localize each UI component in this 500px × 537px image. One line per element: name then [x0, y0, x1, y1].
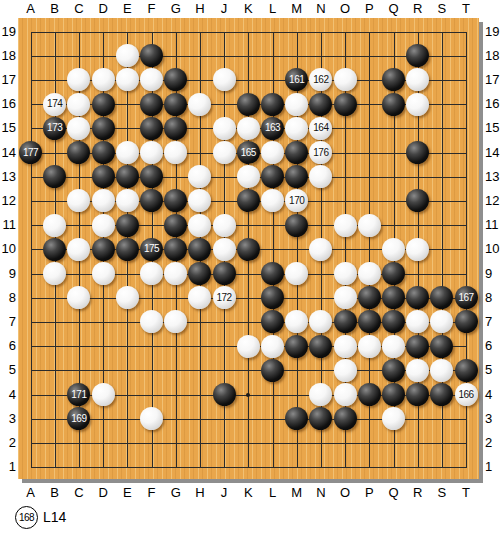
stone-black-C14[interactable]: [67, 141, 90, 164]
stone-white-E17[interactable]: [116, 68, 139, 91]
coord-letter-top-B: B: [45, 2, 65, 16]
stone-black-S4[interactable]: [430, 383, 453, 406]
stone-white-M7[interactable]: [285, 310, 308, 333]
coord-letter-bottom-O: O: [335, 486, 355, 500]
stone-white-M9[interactable]: [285, 262, 308, 285]
coord-letter-bottom-P: P: [359, 486, 379, 500]
stone-white-E12[interactable]: [116, 189, 139, 212]
stone-white-G14[interactable]: [164, 141, 187, 164]
coord-number-left-9: 9: [1, 267, 16, 281]
stone-black-T5[interactable]: [455, 359, 478, 382]
stone-black-M6[interactable]: [285, 335, 308, 358]
stone-white-N7[interactable]: [309, 310, 332, 333]
stone-black-S8[interactable]: [430, 286, 453, 309]
coord-letter-bottom-S: S: [432, 486, 452, 500]
coord-letter-bottom-C: C: [69, 486, 89, 500]
stone-white-N15[interactable]: 164: [309, 117, 332, 140]
move-number-label: 164: [313, 123, 328, 133]
stone-white-H11[interactable]: [188, 214, 211, 237]
stone-white-K15[interactable]: [237, 117, 260, 140]
stone-black-T8[interactable]: 167: [455, 286, 478, 309]
coord-letter-bottom-M: M: [287, 486, 307, 500]
stone-black-K14[interactable]: 165: [237, 141, 260, 164]
stone-black-F12[interactable]: [140, 189, 163, 212]
stone-black-N3[interactable]: [309, 407, 332, 430]
stone-white-D4[interactable]: [92, 383, 115, 406]
move-number-label: 174: [47, 99, 62, 109]
stone-black-G16[interactable]: [164, 93, 187, 116]
coord-number-left-8: 8: [1, 291, 16, 305]
stone-black-A14[interactable]: 177: [19, 141, 42, 164]
coord-number-right-4: 4: [485, 388, 500, 402]
stone-white-K13[interactable]: [237, 165, 260, 188]
coord-letter-top-C: C: [69, 2, 89, 16]
coord-number-left-6: 6: [1, 339, 16, 353]
move-number-label: 170: [289, 196, 304, 206]
coord-letter-top-A: A: [21, 2, 41, 16]
star-point: [246, 393, 250, 397]
coord-number-right-12: 12: [485, 194, 500, 208]
stone-black-L9[interactable]: [261, 262, 284, 285]
coord-letter-bottom-N: N: [311, 486, 331, 500]
stone-black-M14[interactable]: [285, 141, 308, 164]
stone-white-O17[interactable]: [334, 68, 357, 91]
stone-white-P9[interactable]: [358, 262, 381, 285]
stone-white-S5[interactable]: [430, 359, 453, 382]
coord-number-left-11: 11: [1, 218, 16, 232]
stone-black-F15[interactable]: [140, 117, 163, 140]
stone-black-R8[interactable]: [406, 286, 429, 309]
move-number-label: 176: [313, 148, 328, 158]
coord-number-right-6: 6: [485, 339, 500, 353]
stone-white-N14[interactable]: 176: [309, 141, 332, 164]
stone-white-O5[interactable]: [334, 359, 357, 382]
stone-black-L13[interactable]: [261, 165, 284, 188]
stone-black-F16[interactable]: [140, 93, 163, 116]
coord-letter-top-K: K: [238, 2, 258, 16]
coord-number-left-12: 12: [1, 194, 16, 208]
stone-white-H16[interactable]: [188, 93, 211, 116]
stone-black-C3[interactable]: 169: [67, 407, 90, 430]
coord-letter-top-H: H: [190, 2, 210, 16]
coord-letter-top-F: F: [142, 2, 162, 16]
coord-letter-bottom-J: J: [214, 486, 234, 500]
stone-white-R7[interactable]: [406, 310, 429, 333]
stone-black-D13[interactable]: [92, 165, 115, 188]
stone-white-E14[interactable]: [116, 141, 139, 164]
coord-number-right-14: 14: [485, 146, 500, 160]
stone-black-O16[interactable]: [334, 93, 357, 116]
coord-number-right-18: 18: [485, 49, 500, 63]
stone-black-P7[interactable]: [358, 310, 381, 333]
coord-number-right-1: 1: [485, 460, 500, 474]
stone-black-N16[interactable]: [309, 93, 332, 116]
coord-number-left-10: 10: [1, 242, 16, 256]
stone-black-L8[interactable]: [261, 286, 284, 309]
grid-line-horizontal: [31, 443, 468, 444]
stone-white-K6[interactable]: [237, 335, 260, 358]
stone-black-P8[interactable]: [358, 286, 381, 309]
coord-number-left-13: 13: [1, 170, 16, 184]
move-number-label: 169: [71, 414, 86, 424]
stone-black-R14[interactable]: [406, 141, 429, 164]
stone-white-M12[interactable]: 170: [285, 189, 308, 212]
coord-number-right-8: 8: [485, 291, 500, 305]
coord-letter-top-N: N: [311, 2, 331, 16]
stone-white-J8[interactable]: 172: [213, 286, 236, 309]
move-number-label: 163: [265, 123, 280, 133]
stone-white-Q3[interactable]: [382, 407, 405, 430]
stone-black-M3[interactable]: [285, 407, 308, 430]
stone-white-H8[interactable]: [188, 286, 211, 309]
stone-white-L12[interactable]: [261, 189, 284, 212]
stone-white-J14[interactable]: [213, 141, 236, 164]
coord-number-right-11: 11: [485, 218, 500, 232]
stone-black-F18[interactable]: [140, 44, 163, 67]
coord-number-right-2: 2: [485, 436, 500, 450]
stone-white-Q10[interactable]: [382, 238, 405, 261]
stone-white-G7[interactable]: [164, 310, 187, 333]
stone-white-L6[interactable]: [261, 335, 284, 358]
coord-number-right-19: 19: [485, 25, 500, 39]
move-number-label: 162: [313, 75, 328, 85]
stone-white-F14[interactable]: [140, 141, 163, 164]
stone-black-K10[interactable]: [237, 238, 260, 261]
coord-letter-top-M: M: [287, 2, 307, 16]
coord-letter-top-L: L: [263, 2, 283, 16]
stone-black-P4[interactable]: [358, 383, 381, 406]
coord-letter-bottom-Q: Q: [384, 486, 404, 500]
stone-white-M16[interactable]: [285, 93, 308, 116]
stone-white-C15[interactable]: [67, 117, 90, 140]
stone-black-Q5[interactable]: [382, 359, 405, 382]
coord-number-left-5: 5: [1, 363, 16, 377]
coord-number-right-16: 16: [485, 97, 500, 111]
stone-white-N4[interactable]: [309, 383, 332, 406]
stone-black-R6[interactable]: [406, 335, 429, 358]
coord-number-right-15: 15: [485, 121, 500, 135]
coord-letter-top-D: D: [93, 2, 113, 16]
coord-letter-bottom-T: T: [456, 486, 476, 500]
stone-black-G11[interactable]: [164, 214, 187, 237]
stone-black-Q8[interactable]: [382, 286, 405, 309]
stone-black-G12[interactable]: [164, 189, 187, 212]
move-caption: 168 L14: [15, 505, 66, 529]
stone-black-Q16[interactable]: [382, 93, 405, 116]
stone-white-C16[interactable]: [67, 93, 90, 116]
stone-white-H12[interactable]: [188, 189, 211, 212]
coord-letter-top-Q: Q: [384, 2, 404, 16]
stone-black-L5[interactable]: [261, 359, 284, 382]
coord-letter-bottom-H: H: [190, 486, 210, 500]
move-number-label: 177: [23, 148, 38, 158]
stone-white-D17[interactable]: [92, 68, 115, 91]
coord-number-right-10: 10: [485, 242, 500, 256]
go-board[interactable]: 1611621741731631641771651761701751721671…: [18, 18, 479, 479]
coord-letter-top-S: S: [432, 2, 452, 16]
stone-black-E10[interactable]: [116, 238, 139, 261]
stone-white-B9[interactable]: [43, 262, 66, 285]
stone-white-O6[interactable]: [334, 335, 357, 358]
coord-number-left-7: 7: [1, 315, 16, 329]
stone-white-M15[interactable]: [285, 117, 308, 140]
stone-white-B11[interactable]: [43, 214, 66, 237]
stone-white-O11[interactable]: [334, 214, 357, 237]
stone-black-Q7[interactable]: [382, 310, 405, 333]
stone-black-L7[interactable]: [261, 310, 284, 333]
coord-letter-bottom-A: A: [21, 486, 41, 500]
coord-number-right-5: 5: [485, 363, 500, 377]
coord-number-left-17: 17: [1, 73, 16, 87]
coord-letter-top-P: P: [359, 2, 379, 16]
stone-black-J4[interactable]: [213, 383, 236, 406]
stone-black-E11[interactable]: [116, 214, 139, 237]
stone-black-E13[interactable]: [116, 165, 139, 188]
stone-white-N17[interactable]: 162: [309, 68, 332, 91]
stone-black-Q4[interactable]: [382, 383, 405, 406]
stone-black-M13[interactable]: [285, 165, 308, 188]
stone-white-F7[interactable]: [140, 310, 163, 333]
stone-white-T4[interactable]: 166: [455, 383, 478, 406]
stone-white-E8[interactable]: [116, 286, 139, 309]
move-number-label: 171: [71, 390, 86, 400]
coord-letter-bottom-R: R: [408, 486, 428, 500]
stone-white-O9[interactable]: [334, 262, 357, 285]
white-stone-symbol: 168: [15, 506, 38, 529]
move-number-label: 161: [289, 75, 304, 85]
stone-black-D15[interactable]: [92, 117, 115, 140]
stone-white-B16[interactable]: 174: [43, 93, 66, 116]
coord-letter-bottom-B: B: [45, 486, 65, 500]
stone-black-K16[interactable]: [237, 93, 260, 116]
stone-white-L14[interactable]: [261, 141, 284, 164]
coord-number-left-14: 14: [1, 146, 16, 160]
stone-white-F17[interactable]: [140, 68, 163, 91]
coord-number-right-7: 7: [485, 315, 500, 329]
stone-black-H10[interactable]: [188, 238, 211, 261]
move-number-label: 173: [47, 123, 62, 133]
stone-white-F3[interactable]: [140, 407, 163, 430]
coord-number-right-3: 3: [485, 412, 500, 426]
coord-number-left-19: 19: [1, 25, 16, 39]
stone-white-J15[interactable]: [213, 117, 236, 140]
stone-black-O3[interactable]: [334, 407, 357, 430]
stone-white-C8[interactable]: [67, 286, 90, 309]
stone-white-Q6[interactable]: [382, 335, 405, 358]
stone-black-B15[interactable]: 173: [43, 117, 66, 140]
stone-black-Q9[interactable]: [382, 262, 405, 285]
coord-letter-bottom-F: F: [142, 486, 162, 500]
stone-white-D11[interactable]: [92, 214, 115, 237]
stone-black-G17[interactable]: [164, 68, 187, 91]
stone-white-P6[interactable]: [358, 335, 381, 358]
stone-black-R18[interactable]: [406, 44, 429, 67]
stone-white-R10[interactable]: [406, 238, 429, 261]
stone-black-L16[interactable]: [261, 93, 284, 116]
move-number-label: 167: [459, 293, 474, 303]
stone-white-G9[interactable]: [164, 262, 187, 285]
move-number-label: 166: [459, 390, 474, 400]
stone-white-O4[interactable]: [334, 383, 357, 406]
stone-black-J9[interactable]: [213, 262, 236, 285]
coord-number-right-17: 17: [485, 73, 500, 87]
coord-letter-top-T: T: [456, 2, 476, 16]
stone-black-F13[interactable]: [140, 165, 163, 188]
stone-black-Q17[interactable]: [382, 68, 405, 91]
stone-white-C12[interactable]: [67, 189, 90, 212]
stone-white-J10[interactable]: [213, 238, 236, 261]
stone-white-R17[interactable]: [406, 68, 429, 91]
stone-white-N10[interactable]: [309, 238, 332, 261]
move-number-label: 172: [217, 293, 232, 303]
coord-letter-bottom-L: L: [263, 486, 283, 500]
stone-white-P11[interactable]: [358, 214, 381, 237]
go-game-screenshot: 1611621741731631641771651761701751721671…: [0, 0, 500, 537]
coord-letter-top-E: E: [117, 2, 137, 16]
coord-number-left-1: 1: [1, 460, 16, 474]
coord-letter-top-G: G: [166, 2, 186, 16]
stone-black-D14[interactable]: [92, 141, 115, 164]
stone-black-M17[interactable]: 161: [285, 68, 308, 91]
stone-black-G15[interactable]: [164, 117, 187, 140]
stone-white-R5[interactable]: [406, 359, 429, 382]
stone-white-C17[interactable]: [67, 68, 90, 91]
coord-number-left-3: 3: [1, 412, 16, 426]
caption-coordinate: L14: [43, 509, 66, 525]
stone-black-N6[interactable]: [309, 335, 332, 358]
stone-black-D10[interactable]: [92, 238, 115, 261]
stone-white-J17[interactable]: [213, 68, 236, 91]
stone-black-B13[interactable]: [43, 165, 66, 188]
stone-white-R16[interactable]: [406, 93, 429, 116]
coord-letter-bottom-K: K: [238, 486, 258, 500]
stone-black-H9[interactable]: [188, 262, 211, 285]
stone-black-D16[interactable]: [92, 93, 115, 116]
stone-white-C10[interactable]: [67, 238, 90, 261]
coord-letter-top-R: R: [408, 2, 428, 16]
coord-number-left-18: 18: [1, 49, 16, 63]
stone-black-R4[interactable]: [406, 383, 429, 406]
stone-black-S6[interactable]: [430, 335, 453, 358]
coord-letter-bottom-E: E: [117, 486, 137, 500]
coord-number-left-15: 15: [1, 121, 16, 135]
stone-white-O8[interactable]: [334, 286, 357, 309]
coord-letter-top-O: O: [335, 2, 355, 16]
grid-line-horizontal: [31, 467, 468, 468]
stone-black-O7[interactable]: [334, 310, 357, 333]
stone-black-R12[interactable]: [406, 189, 429, 212]
stone-black-T7[interactable]: [455, 310, 478, 333]
stone-black-C4[interactable]: 171: [67, 383, 90, 406]
coord-number-right-13: 13: [485, 170, 500, 184]
stone-white-S7[interactable]: [430, 310, 453, 333]
stone-black-F10[interactable]: 175: [140, 238, 163, 261]
stone-white-H13[interactable]: [188, 165, 211, 188]
stone-white-E18[interactable]: [116, 44, 139, 67]
coord-number-left-16: 16: [1, 97, 16, 111]
stone-white-F9[interactable]: [140, 262, 163, 285]
coord-letter-bottom-D: D: [93, 486, 113, 500]
stone-white-D9[interactable]: [92, 262, 115, 285]
stone-white-D12[interactable]: [92, 189, 115, 212]
stone-black-K12[interactable]: [237, 189, 260, 212]
coord-letter-top-J: J: [214, 2, 234, 16]
move-number-label: 165: [241, 148, 256, 158]
move-number-label: 175: [144, 244, 159, 254]
stone-black-B10[interactable]: [43, 238, 66, 261]
coord-number-left-2: 2: [1, 436, 16, 450]
coord-number-right-9: 9: [485, 267, 500, 281]
stone-black-G10[interactable]: [164, 238, 187, 261]
stone-black-M11[interactable]: [285, 214, 308, 237]
stone-black-L15[interactable]: 163: [261, 117, 284, 140]
stone-white-J11[interactable]: [213, 214, 236, 237]
stone-white-N13[interactable]: [309, 165, 332, 188]
coord-letter-bottom-G: G: [166, 486, 186, 500]
coord-number-left-4: 4: [1, 388, 16, 402]
